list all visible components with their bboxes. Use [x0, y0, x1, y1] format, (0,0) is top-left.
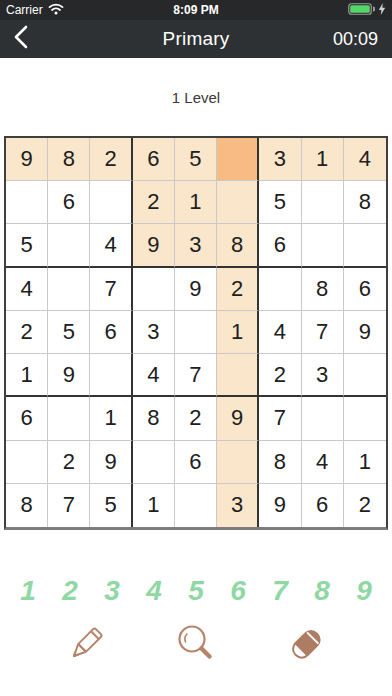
- eraser-button[interactable]: [282, 621, 330, 669]
- tool-bar: [0, 621, 392, 669]
- sudoku-cell-r9c9[interactable]: 2: [344, 484, 386, 527]
- sudoku-cell-r6c9[interactable]: [344, 354, 386, 397]
- sudoku-cell-r6c2[interactable]: 9: [48, 354, 90, 397]
- sudoku-cell-r5c3[interactable]: 6: [90, 311, 132, 354]
- carrier-label: Carrier: [6, 3, 43, 17]
- sudoku-cell-r9c7[interactable]: 9: [259, 484, 301, 527]
- magnifier-icon: [174, 622, 218, 669]
- status-bar: Carrier 8:09 PM: [0, 0, 392, 20]
- sudoku-cell-r7c2[interactable]: [48, 397, 90, 440]
- sudoku-cell-r1c5[interactable]: 5: [175, 138, 217, 181]
- sudoku-cell-r3c5[interactable]: 3: [175, 224, 217, 267]
- sudoku-cell-r1c7[interactable]: 3: [259, 138, 301, 181]
- sudoku-cell-r5c2[interactable]: 5: [48, 311, 90, 354]
- sudoku-cell-r7c9[interactable]: [344, 397, 386, 440]
- sudoku-cell-r3c2[interactable]: [48, 224, 90, 267]
- game-timer: 00:09: [333, 29, 378, 50]
- sudoku-cell-r8c8[interactable]: 4: [302, 441, 344, 484]
- sudoku-cell-r9c1[interactable]: 8: [6, 484, 48, 527]
- sudoku-cell-r9c3[interactable]: 5: [90, 484, 132, 527]
- sudoku-cell-r2c6[interactable]: [217, 181, 259, 224]
- sudoku-cell-r1c9[interactable]: 4: [344, 138, 386, 181]
- pencil-icon: [64, 622, 108, 669]
- sudoku-cell-r3c3[interactable]: 4: [90, 224, 132, 267]
- sudoku-cell-r2c1[interactable]: [6, 181, 48, 224]
- sudoku-cell-r2c4[interactable]: 2: [133, 181, 175, 224]
- numpad-7[interactable]: 7: [265, 575, 295, 607]
- chevron-left-icon: [14, 25, 28, 53]
- sudoku-cell-r5c1[interactable]: 2: [6, 311, 48, 354]
- sudoku-cell-r4c3[interactable]: 7: [90, 268, 132, 311]
- sudoku-cell-r9c5[interactable]: [175, 484, 217, 527]
- sudoku-cell-r4c1[interactable]: 4: [6, 268, 48, 311]
- nav-bar: Primary 00:09: [0, 20, 392, 58]
- sudoku-cell-r4c7[interactable]: [259, 268, 301, 311]
- sudoku-cell-r8c6[interactable]: [217, 441, 259, 484]
- numpad-5[interactable]: 5: [181, 575, 211, 607]
- sudoku-cell-r5c5[interactable]: [175, 311, 217, 354]
- sudoku-cell-r3c4[interactable]: 9: [133, 224, 175, 267]
- sudoku-cell-r5c7[interactable]: 4: [259, 311, 301, 354]
- sudoku-cell-r6c3[interactable]: [90, 354, 132, 397]
- charging-bolt-icon: [378, 3, 386, 18]
- sudoku-cell-r2c5[interactable]: 1: [175, 181, 217, 224]
- pencil-button[interactable]: [62, 621, 110, 669]
- sudoku-cell-r4c2[interactable]: [48, 268, 90, 311]
- sudoku-cell-r3c1[interactable]: 5: [6, 224, 48, 267]
- sudoku-cell-r8c4[interactable]: [133, 441, 175, 484]
- numpad-4[interactable]: 4: [139, 575, 169, 607]
- sudoku-cell-r3c8[interactable]: [302, 224, 344, 267]
- number-pad: 123456789: [0, 575, 392, 607]
- sudoku-cell-r9c8[interactable]: 6: [302, 484, 344, 527]
- sudoku-cell-r4c9[interactable]: 6: [344, 268, 386, 311]
- sudoku-cell-r2c9[interactable]: 8: [344, 181, 386, 224]
- wifi-icon: [48, 3, 64, 18]
- sudoku-cell-r2c2[interactable]: 6: [48, 181, 90, 224]
- sudoku-cell-r7c7[interactable]: 7: [259, 397, 301, 440]
- sudoku-cell-r6c7[interactable]: 2: [259, 354, 301, 397]
- sudoku-cell-r2c8[interactable]: [302, 181, 344, 224]
- numpad-9[interactable]: 9: [349, 575, 379, 607]
- sudoku-cell-r9c2[interactable]: 7: [48, 484, 90, 527]
- magnifier-button[interactable]: [172, 621, 220, 669]
- sudoku-cell-r2c7[interactable]: 5: [259, 181, 301, 224]
- sudoku-cell-r3c7[interactable]: 6: [259, 224, 301, 267]
- numpad-6[interactable]: 6: [223, 575, 253, 607]
- sudoku-cell-r6c4[interactable]: 4: [133, 354, 175, 397]
- sudoku-cell-r6c5[interactable]: 7: [175, 354, 217, 397]
- sudoku-cell-r7c8[interactable]: [302, 397, 344, 440]
- sudoku-cell-r9c4[interactable]: 1: [133, 484, 175, 527]
- sudoku-cell-r8c5[interactable]: 6: [175, 441, 217, 484]
- sudoku-cell-r1c2[interactable]: 8: [48, 138, 90, 181]
- sudoku-cell-r6c1[interactable]: 1: [6, 354, 48, 397]
- sudoku-cell-r4c4[interactable]: [133, 268, 175, 311]
- sudoku-cell-r5c9[interactable]: 9: [344, 311, 386, 354]
- sudoku-cell-r4c8[interactable]: 8: [302, 268, 344, 311]
- sudoku-cell-r4c6[interactable]: 2: [217, 268, 259, 311]
- sudoku-cell-r6c8[interactable]: 3: [302, 354, 344, 397]
- back-button[interactable]: [14, 24, 44, 54]
- sudoku-cell-r3c6[interactable]: 8: [217, 224, 259, 267]
- sudoku-cell-r7c1[interactable]: 6: [6, 397, 48, 440]
- eraser-icon: [284, 622, 328, 669]
- sudoku-cell-r7c3[interactable]: 1: [90, 397, 132, 440]
- sudoku-cell-r7c6[interactable]: 9: [217, 397, 259, 440]
- sudoku-cell-r8c1[interactable]: [6, 441, 48, 484]
- numpad-1[interactable]: 1: [13, 575, 43, 607]
- sudoku-cell-r8c7[interactable]: 8: [259, 441, 301, 484]
- sudoku-cell-r5c4[interactable]: 3: [133, 311, 175, 354]
- level-label: 1 Level: [172, 89, 220, 106]
- sudoku-cell-r1c8[interactable]: 1: [302, 138, 344, 181]
- sudoku-board: 9826531462158549386479286256314791947236…: [4, 136, 388, 530]
- sudoku-cell-r2c3[interactable]: [90, 181, 132, 224]
- sudoku-cell-r1c4[interactable]: 6: [133, 138, 175, 181]
- sudoku-cell-r8c2[interactable]: 2: [48, 441, 90, 484]
- battery-charging-icon: [348, 3, 375, 18]
- numpad-3[interactable]: 3: [97, 575, 127, 607]
- numpad-8[interactable]: 8: [307, 575, 337, 607]
- sudoku-cell-r4c5[interactable]: 9: [175, 268, 217, 311]
- sudoku-cell-r9c6[interactable]: 3: [217, 484, 259, 527]
- sudoku-cell-r8c3[interactable]: 9: [90, 441, 132, 484]
- sudoku-cell-r1c1[interactable]: 9: [6, 138, 48, 181]
- sudoku-cell-r3c9[interactable]: [344, 224, 386, 267]
- numpad-2[interactable]: 2: [55, 575, 85, 607]
- sudoku-cell-r1c3[interactable]: 2: [90, 138, 132, 181]
- sudoku-cell-r7c4[interactable]: 8: [133, 397, 175, 440]
- sudoku-cell-r8c9[interactable]: 1: [344, 441, 386, 484]
- sudoku-cell-r7c5[interactable]: 2: [175, 397, 217, 440]
- sudoku-cell-r1c6[interactable]: [217, 138, 259, 181]
- sudoku-cell-r6c6[interactable]: [217, 354, 259, 397]
- sudoku-cell-r5c8[interactable]: 7: [302, 311, 344, 354]
- sudoku-cell-r5c6[interactable]: 1: [217, 311, 259, 354]
